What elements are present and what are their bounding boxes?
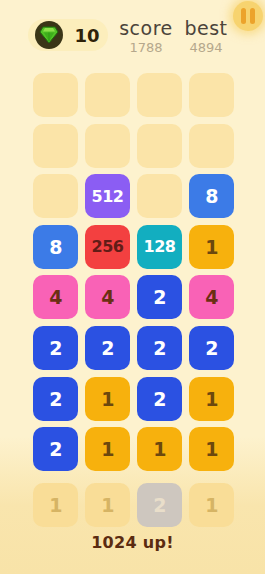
tile-r7-c4[interactable]: 1	[189, 377, 234, 421]
empty-cell-r3-c1	[33, 174, 78, 218]
tile-r7-c2[interactable]: 1	[85, 377, 130, 421]
pause-icon	[250, 8, 255, 24]
tile-r5-c4[interactable]: 4	[189, 275, 234, 319]
preview-tile-c3: 2	[137, 483, 182, 527]
tile-r5-c2[interactable]: 4	[85, 275, 130, 319]
board-grid[interactable]: 5128825612814424222221212111	[33, 73, 234, 471]
empty-cell-r2-c4	[189, 124, 234, 168]
tile-r8-c4[interactable]: 1	[189, 427, 234, 471]
preview-tile-c1: 1	[33, 483, 78, 527]
empty-cell-r2-c1	[33, 124, 78, 168]
empty-cell-r3-c3	[137, 174, 182, 218]
game-screen: 10 score 1788 best 4894 5128825612814424…	[0, 0, 265, 574]
pause-icon	[241, 8, 246, 24]
empty-cell-r2-c3	[137, 124, 182, 168]
best-label: best	[180, 17, 232, 39]
best-value: 4894	[180, 40, 232, 55]
tile-r3-c2[interactable]: 512	[85, 174, 130, 218]
tile-r4-c1[interactable]: 8	[33, 225, 78, 269]
gem-icon-svg	[39, 26, 59, 44]
empty-cell-r1-c3	[137, 73, 182, 117]
tile-r6-c4[interactable]: 2	[189, 326, 234, 370]
empty-cell-r2-c2	[85, 124, 130, 168]
empty-cell-r1-c1	[33, 73, 78, 117]
score-block: score 1788	[116, 17, 176, 55]
best-block: best 4894	[180, 17, 232, 55]
tile-r4-c2[interactable]: 256	[85, 225, 130, 269]
pause-button[interactable]	[233, 1, 263, 31]
tile-r3-c4[interactable]: 8	[189, 174, 234, 218]
tile-r6-c3[interactable]: 2	[137, 326, 182, 370]
tile-r6-c1[interactable]: 2	[33, 326, 78, 370]
tile-r7-c1[interactable]: 2	[33, 377, 78, 421]
next-tiles-row: 1121	[33, 483, 234, 527]
empty-cell-r1-c2	[85, 73, 130, 117]
tile-r8-c1[interactable]: 2	[33, 427, 78, 471]
empty-cell-r1-c4	[189, 73, 234, 117]
preview-tile-c4: 1	[189, 483, 234, 527]
tile-r4-c3[interactable]: 128	[137, 225, 182, 269]
tile-r8-c2[interactable]: 1	[85, 427, 130, 471]
score-value: 1788	[116, 40, 176, 55]
tile-r4-c4[interactable]: 1	[189, 225, 234, 269]
gem-icon	[35, 21, 63, 49]
tile-r7-c3[interactable]: 2	[137, 377, 182, 421]
tile-r5-c3[interactable]: 2	[137, 275, 182, 319]
gem-counter[interactable]: 10	[28, 19, 108, 51]
tile-r5-c1[interactable]: 4	[33, 275, 78, 319]
tile-r8-c3[interactable]: 1	[137, 427, 182, 471]
tile-r6-c2[interactable]: 2	[85, 326, 130, 370]
goal-message: 1024 up!	[0, 533, 265, 552]
score-label: score	[116, 17, 176, 39]
preview-tile-c2: 1	[85, 483, 130, 527]
gem-count: 10	[70, 25, 104, 46]
